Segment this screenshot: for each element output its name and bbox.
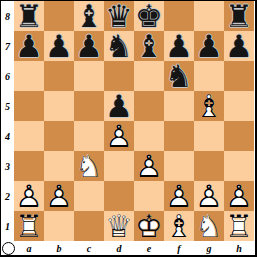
file-label-e: e bbox=[134, 241, 164, 255]
square-f7[interactable]: ♟ bbox=[164, 31, 194, 61]
square-d5[interactable]: ♟ bbox=[104, 91, 134, 121]
square-b6[interactable] bbox=[44, 61, 74, 91]
piece-fill-glyph: ♜ bbox=[14, 1, 44, 31]
rank-label-1: 1 bbox=[1, 211, 14, 241]
piece-black-king[interactable]: ♚ bbox=[134, 1, 164, 31]
square-h8[interactable]: ♜ bbox=[224, 1, 254, 31]
piece-fill-glyph: ♟ bbox=[224, 31, 254, 61]
piece-fill-glyph: ♞ bbox=[104, 31, 134, 61]
square-e4[interactable] bbox=[134, 121, 164, 151]
piece-outline-glyph: ♙ bbox=[104, 121, 134, 151]
square-c2[interactable] bbox=[74, 181, 104, 211]
piece-outline-glyph: ♔ bbox=[134, 211, 164, 241]
square-a8[interactable]: ♜ bbox=[14, 1, 44, 31]
square-b2[interactable]: ♟♙ bbox=[44, 181, 74, 211]
square-d2[interactable] bbox=[104, 181, 134, 211]
piece-outline-glyph: ♘ bbox=[74, 151, 104, 181]
square-a7[interactable]: ♟ bbox=[14, 31, 44, 61]
square-b7[interactable]: ♟ bbox=[44, 31, 74, 61]
piece-white-knight[interactable]: ♞♘ bbox=[74, 151, 104, 181]
square-e6[interactable] bbox=[134, 61, 164, 91]
square-f2[interactable]: ♟♙ bbox=[164, 181, 194, 211]
square-c3[interactable]: ♞♘ bbox=[74, 151, 104, 181]
piece-white-bishop[interactable]: ♝♗ bbox=[164, 211, 194, 241]
piece-fill-glyph: ♜ bbox=[14, 211, 44, 241]
piece-fill-glyph: ♟ bbox=[14, 31, 44, 61]
rank-label-2: 2 bbox=[1, 181, 14, 211]
piece-black-pawn[interactable]: ♟ bbox=[194, 31, 224, 61]
piece-black-pawn[interactable]: ♟ bbox=[104, 91, 134, 121]
square-d8[interactable]: ♛ bbox=[104, 1, 134, 31]
piece-fill-glyph: ♟ bbox=[194, 31, 224, 61]
piece-fill-glyph: ♟ bbox=[14, 181, 44, 211]
piece-black-queen[interactable]: ♛ bbox=[104, 1, 134, 31]
square-f4[interactable] bbox=[164, 121, 194, 151]
square-a1[interactable]: ♜♖ bbox=[14, 211, 44, 241]
square-d1[interactable]: ♛♕ bbox=[104, 211, 134, 241]
piece-fill-glyph: ♜ bbox=[224, 211, 254, 241]
piece-outline-glyph: ♙ bbox=[134, 151, 164, 181]
square-h4[interactable] bbox=[224, 121, 254, 151]
piece-fill-glyph: ♚ bbox=[134, 1, 164, 31]
square-h1[interactable]: ♜♖ bbox=[224, 211, 254, 241]
piece-outline-glyph: ♖ bbox=[14, 211, 44, 241]
file-label-d: d bbox=[104, 241, 134, 255]
square-f8[interactable] bbox=[164, 1, 194, 31]
square-h2[interactable]: ♟♙ bbox=[224, 181, 254, 211]
file-label-a: a bbox=[14, 241, 44, 255]
square-e3[interactable]: ♟♙ bbox=[134, 151, 164, 181]
rank-label-3: 3 bbox=[1, 151, 14, 181]
piece-black-knight[interactable]: ♞ bbox=[164, 61, 194, 91]
square-d4[interactable]: ♟♙ bbox=[104, 121, 134, 151]
square-e7[interactable]: ♝ bbox=[134, 31, 164, 61]
square-a3[interactable] bbox=[14, 151, 44, 181]
file-labels: abcdefgh bbox=[14, 241, 254, 255]
rank-label-5: 5 bbox=[1, 91, 14, 121]
square-h7[interactable]: ♟ bbox=[224, 31, 254, 61]
file-label-h: h bbox=[224, 241, 254, 255]
piece-fill-glyph: ♝ bbox=[194, 91, 224, 121]
piece-outline-glyph: ♙ bbox=[164, 181, 194, 211]
piece-black-rook[interactable]: ♜ bbox=[14, 1, 44, 31]
piece-fill-glyph: ♜ bbox=[224, 1, 254, 31]
piece-white-rook[interactable]: ♜♖ bbox=[14, 211, 44, 241]
rank-label-4: 4 bbox=[1, 121, 14, 151]
square-d3[interactable] bbox=[104, 151, 134, 181]
piece-fill-glyph: ♟ bbox=[44, 181, 74, 211]
piece-fill-glyph: ♝ bbox=[134, 31, 164, 61]
piece-outline-glyph: ♙ bbox=[224, 181, 254, 211]
piece-fill-glyph: ♝ bbox=[74, 1, 104, 31]
square-a2[interactable]: ♟♙ bbox=[14, 181, 44, 211]
piece-fill-glyph: ♛ bbox=[104, 1, 134, 31]
piece-outline-glyph: ♘ bbox=[194, 211, 224, 241]
square-g8[interactable] bbox=[194, 1, 224, 31]
piece-outline-glyph: ♖ bbox=[224, 211, 254, 241]
square-g3[interactable] bbox=[194, 151, 224, 181]
piece-fill-glyph: ♟ bbox=[194, 181, 224, 211]
piece-fill-glyph: ♟ bbox=[104, 121, 134, 151]
square-d7[interactable]: ♞ bbox=[104, 31, 134, 61]
piece-black-pawn[interactable]: ♟ bbox=[44, 31, 74, 61]
rank-label-6: 6 bbox=[1, 61, 14, 91]
piece-black-rook[interactable]: ♜ bbox=[224, 1, 254, 31]
piece-fill-glyph: ♛ bbox=[104, 211, 134, 241]
square-f5[interactable] bbox=[164, 91, 194, 121]
piece-fill-glyph: ♞ bbox=[194, 211, 224, 241]
rank-labels: 87654321 bbox=[1, 1, 14, 241]
piece-white-king[interactable]: ♚♔ bbox=[134, 211, 164, 241]
piece-black-pawn[interactable]: ♟ bbox=[164, 31, 194, 61]
square-g1[interactable]: ♞♘ bbox=[194, 211, 224, 241]
square-a6[interactable] bbox=[14, 61, 44, 91]
square-e2[interactable] bbox=[134, 181, 164, 211]
piece-white-pawn[interactable]: ♟♙ bbox=[224, 181, 254, 211]
square-h5[interactable] bbox=[224, 91, 254, 121]
piece-white-rook[interactable]: ♜♖ bbox=[224, 211, 254, 241]
file-label-b: b bbox=[44, 241, 74, 255]
square-b3[interactable] bbox=[44, 151, 74, 181]
square-g6[interactable] bbox=[194, 61, 224, 91]
square-c7[interactable]: ♟ bbox=[74, 31, 104, 61]
square-h6[interactable] bbox=[224, 61, 254, 91]
square-b8[interactable] bbox=[44, 1, 74, 31]
square-g2[interactable]: ♟♙ bbox=[194, 181, 224, 211]
piece-outline-glyph: ♙ bbox=[14, 181, 44, 211]
piece-fill-glyph: ♟ bbox=[134, 151, 164, 181]
piece-fill-glyph: ♞ bbox=[164, 61, 194, 91]
piece-fill-glyph: ♟ bbox=[164, 31, 194, 61]
piece-black-pawn[interactable]: ♟ bbox=[74, 31, 104, 61]
square-a5[interactable] bbox=[14, 91, 44, 121]
piece-white-pawn[interactable]: ♟♙ bbox=[44, 181, 74, 211]
piece-white-pawn[interactable]: ♟♙ bbox=[14, 181, 44, 211]
piece-black-bishop[interactable]: ♝ bbox=[134, 31, 164, 61]
chess-board-diagram: 87654321 ♜♝♛♚♜♟♟♟♞♝♟♟♟♞♟♝♗♟♙♞♘♟♙♟♙♟♙♟♙♟♙… bbox=[0, 0, 257, 257]
piece-white-bishop[interactable]: ♝♗ bbox=[194, 91, 224, 121]
piece-white-knight[interactable]: ♞♘ bbox=[194, 211, 224, 241]
square-c6[interactable] bbox=[74, 61, 104, 91]
piece-white-pawn[interactable]: ♟♙ bbox=[194, 181, 224, 211]
rank-label-7: 7 bbox=[1, 31, 14, 61]
piece-white-pawn[interactable]: ♟♙ bbox=[134, 151, 164, 181]
piece-fill-glyph: ♟ bbox=[44, 31, 74, 61]
square-c4[interactable] bbox=[74, 121, 104, 151]
square-h3[interactable] bbox=[224, 151, 254, 181]
piece-fill-glyph: ♟ bbox=[104, 91, 134, 121]
file-label-f: f bbox=[164, 241, 194, 255]
square-b1[interactable] bbox=[44, 211, 74, 241]
square-f3[interactable] bbox=[164, 151, 194, 181]
square-b4[interactable] bbox=[44, 121, 74, 151]
piece-white-pawn[interactable]: ♟♙ bbox=[104, 121, 134, 151]
piece-fill-glyph: ♞ bbox=[74, 151, 104, 181]
square-e1[interactable]: ♚♔ bbox=[134, 211, 164, 241]
square-g7[interactable]: ♟ bbox=[194, 31, 224, 61]
piece-white-pawn[interactable]: ♟♙ bbox=[164, 181, 194, 211]
square-f1[interactable]: ♝♗ bbox=[164, 211, 194, 241]
file-label-c: c bbox=[74, 241, 104, 255]
piece-outline-glyph: ♗ bbox=[164, 211, 194, 241]
square-f6[interactable]: ♞ bbox=[164, 61, 194, 91]
piece-fill-glyph: ♟ bbox=[164, 181, 194, 211]
piece-fill-glyph: ♟ bbox=[74, 31, 104, 61]
square-e8[interactable]: ♚ bbox=[134, 1, 164, 31]
file-label-g: g bbox=[194, 241, 224, 255]
piece-black-pawn[interactable]: ♟ bbox=[224, 31, 254, 61]
rank-label-8: 8 bbox=[1, 1, 14, 31]
piece-white-queen[interactable]: ♛♕ bbox=[104, 211, 134, 241]
piece-black-pawn[interactable]: ♟ bbox=[14, 31, 44, 61]
piece-fill-glyph: ♚ bbox=[134, 211, 164, 241]
square-b5[interactable] bbox=[44, 91, 74, 121]
board: ♜♝♛♚♜♟♟♟♞♝♟♟♟♞♟♝♗♟♙♞♘♟♙♟♙♟♙♟♙♟♙♟♙♜♖♛♕♚♔♝… bbox=[14, 1, 254, 241]
square-e5[interactable] bbox=[134, 91, 164, 121]
piece-black-knight[interactable]: ♞ bbox=[104, 31, 134, 61]
square-d6[interactable] bbox=[104, 61, 134, 91]
white-to-move-indicator bbox=[2, 242, 15, 255]
square-c1[interactable] bbox=[74, 211, 104, 241]
piece-outline-glyph: ♙ bbox=[194, 181, 224, 211]
piece-fill-glyph: ♝ bbox=[164, 211, 194, 241]
piece-black-bishop[interactable]: ♝ bbox=[74, 1, 104, 31]
piece-outline-glyph: ♙ bbox=[44, 181, 74, 211]
piece-fill-glyph: ♟ bbox=[224, 181, 254, 211]
piece-outline-glyph: ♗ bbox=[194, 91, 224, 121]
square-a4[interactable] bbox=[14, 121, 44, 151]
piece-outline-glyph: ♕ bbox=[104, 211, 134, 241]
square-c5[interactable] bbox=[74, 91, 104, 121]
square-g4[interactable] bbox=[194, 121, 224, 151]
square-g5[interactable]: ♝♗ bbox=[194, 91, 224, 121]
square-c8[interactable]: ♝ bbox=[74, 1, 104, 31]
